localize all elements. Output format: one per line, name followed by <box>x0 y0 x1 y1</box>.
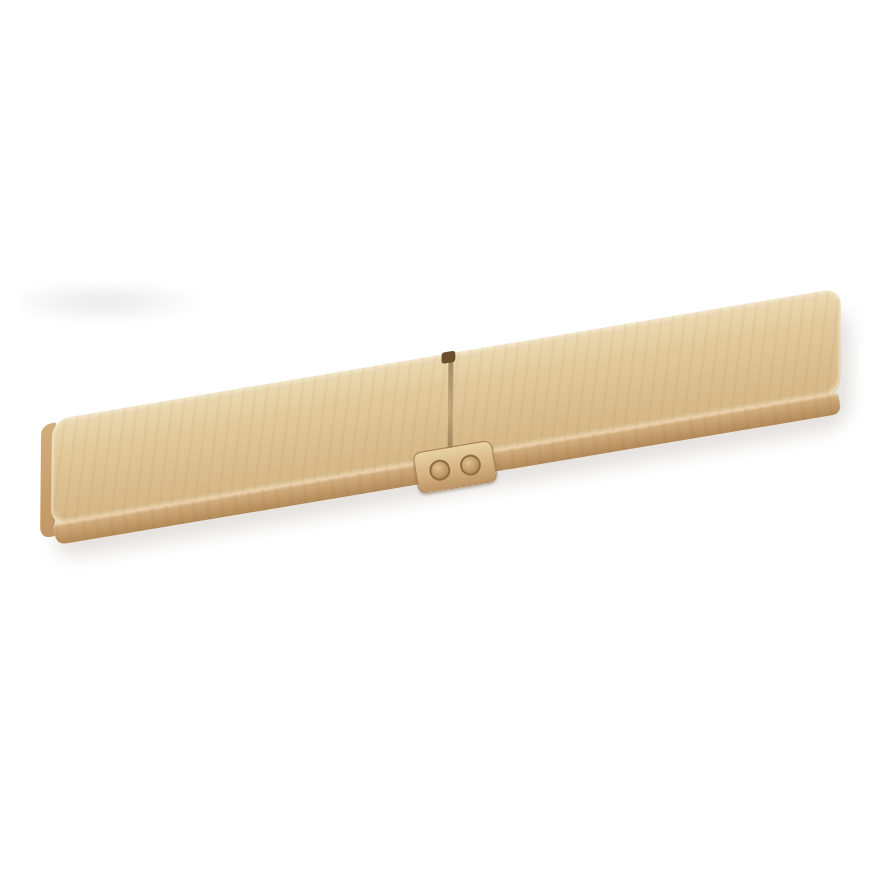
fold-seam <box>448 353 454 460</box>
hinge-pin-icon <box>428 458 452 482</box>
background-smudge <box>20 281 205 323</box>
hinge-pin-icon <box>458 452 482 476</box>
product-photo-scene <box>0 0 888 888</box>
